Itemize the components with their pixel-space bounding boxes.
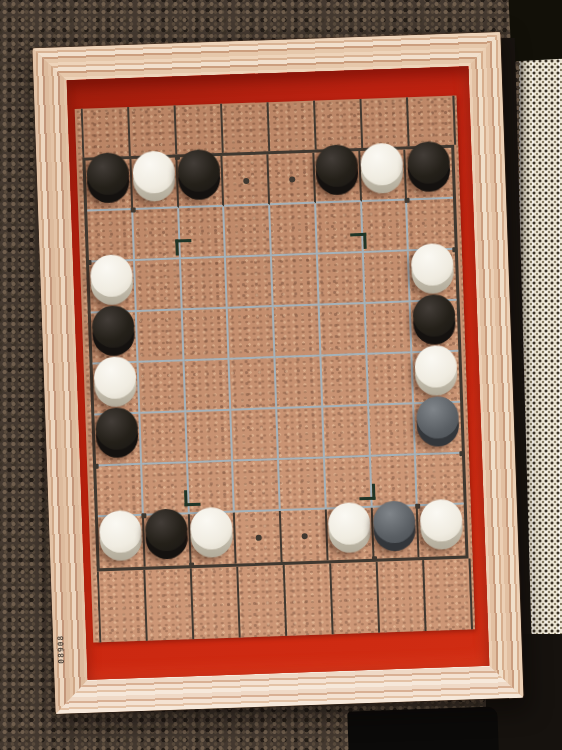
board-cell[interactable] [230, 358, 278, 411]
board-cell[interactable] [369, 404, 417, 457]
board-cell[interactable] [137, 310, 185, 363]
white-disc[interactable] [420, 507, 463, 550]
border-tick-mark [452, 247, 457, 252]
board-cell[interactable] [370, 455, 418, 508]
board-cell[interactable] [272, 255, 320, 308]
board-cell[interactable] [360, 149, 408, 202]
zone-bracket-bottom-left [184, 489, 201, 506]
board-cell[interactable] [365, 302, 413, 355]
white-disc[interactable] [327, 510, 370, 553]
black-disc[interactable] [315, 152, 358, 195]
border-tick-mark [459, 451, 464, 456]
board-cell[interactable] [140, 412, 188, 465]
black-disc[interactable] [413, 302, 456, 345]
black-disc[interactable] [407, 149, 450, 192]
white-disc[interactable] [90, 262, 133, 305]
board-cell[interactable] [228, 307, 276, 360]
black-disc[interactable] [178, 157, 221, 200]
photo-scene: 08908 [0, 0, 562, 750]
white-disc[interactable] [190, 515, 233, 558]
board-cell[interactable] [233, 460, 281, 513]
board-cell[interactable] [418, 505, 466, 558]
zone-bracket-top-right [350, 232, 367, 249]
red-mat [67, 66, 490, 680]
border-tick-mark [189, 563, 194, 568]
board-cell[interactable] [274, 306, 322, 359]
black-disc[interactable] [416, 404, 459, 447]
border-tick-mark [371, 556, 376, 561]
board-cell[interactable] [188, 462, 236, 515]
board-cell[interactable] [319, 304, 367, 357]
black-disc[interactable] [92, 313, 135, 356]
black-disc[interactable] [145, 516, 188, 559]
board-cell[interactable] [96, 465, 144, 518]
board-cell[interactable] [94, 414, 142, 467]
dark-corner-top-right [508, 0, 562, 61]
black-disc[interactable] [373, 508, 416, 551]
border-tick-mark [141, 513, 146, 518]
cork-surface [75, 96, 475, 643]
board-cell[interactable] [327, 508, 375, 561]
board-cell[interactable] [85, 159, 133, 212]
black-object-bottom [347, 706, 499, 750]
board-cell[interactable] [226, 256, 274, 309]
white-disc[interactable] [93, 364, 136, 407]
board-cell[interactable] [182, 309, 230, 362]
board-cell[interactable] [138, 361, 186, 414]
border-tick-mark [174, 155, 179, 160]
board-cell[interactable] [362, 200, 410, 253]
board-cell[interactable] [363, 251, 411, 304]
board-cell[interactable] [414, 403, 462, 456]
frame-stamp: 08908 [55, 603, 71, 663]
board-cell[interactable] [323, 406, 371, 459]
border-tick-mark [94, 464, 99, 469]
game-board: 08908 [33, 32, 524, 714]
board-cell[interactable] [131, 157, 179, 210]
black-disc[interactable] [86, 160, 129, 203]
playing-grid [82, 145, 468, 572]
border-tick-mark [405, 198, 410, 203]
zone-bracket-bottom-right [358, 483, 375, 500]
board-cell[interactable] [314, 151, 362, 204]
board-cell[interactable] [321, 355, 369, 408]
board-cell[interactable] [184, 360, 232, 413]
board-cell[interactable] [279, 458, 327, 511]
board-cell[interactable] [189, 513, 237, 566]
white-disc[interactable] [411, 251, 454, 294]
zone-bracket-top-left [175, 238, 192, 255]
border-tick-mark [86, 260, 91, 265]
board-cell[interactable] [177, 156, 225, 209]
border-tick-mark [415, 504, 420, 509]
board-cell[interactable] [133, 208, 181, 261]
border-tick-mark [130, 207, 135, 212]
board-cell[interactable] [318, 253, 366, 306]
board-cell[interactable] [372, 506, 420, 559]
board-cell[interactable] [98, 516, 146, 569]
board-cell[interactable] [367, 353, 415, 406]
board-cell[interactable] [232, 409, 280, 462]
board-cell[interactable] [142, 463, 190, 516]
board-cell[interactable] [144, 514, 192, 567]
white-disc[interactable] [99, 518, 142, 561]
board-cell[interactable] [270, 204, 318, 257]
board-cell[interactable] [277, 407, 325, 460]
cork-grid-bottom-strip [97, 558, 473, 642]
board-cell[interactable] [416, 454, 464, 507]
board-cell[interactable] [275, 356, 323, 409]
board-cell[interactable] [186, 411, 234, 464]
white-disc[interactable] [132, 158, 175, 201]
white-disc[interactable] [415, 353, 458, 396]
board-cell[interactable] [224, 205, 272, 258]
board-cell[interactable] [406, 148, 454, 201]
board-cell[interactable] [135, 259, 183, 312]
white-disc[interactable] [361, 151, 404, 194]
black-disc[interactable] [95, 415, 138, 458]
board-cell[interactable] [180, 258, 228, 311]
